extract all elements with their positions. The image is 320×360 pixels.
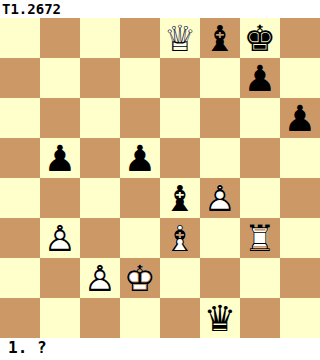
square-f1[interactable]: ♛	[200, 298, 240, 338]
square-h1[interactable]	[280, 298, 320, 338]
square-c6[interactable]	[80, 98, 120, 138]
pawn-glyph: ♟	[120, 138, 160, 178]
king-outline-glyph: ♔	[120, 258, 160, 298]
piece-black-pawn[interactable]: ♟	[40, 138, 80, 178]
square-h3[interactable]	[280, 218, 320, 258]
square-a1[interactable]	[0, 298, 40, 338]
square-h4[interactable]	[280, 178, 320, 218]
square-e3[interactable]: ♝♗	[160, 218, 200, 258]
square-h5[interactable]	[280, 138, 320, 178]
pawn-outline-glyph: ♙	[200, 178, 240, 218]
pawn-outline-glyph: ♙	[40, 218, 80, 258]
square-g1[interactable]	[240, 298, 280, 338]
square-a2[interactable]	[0, 258, 40, 298]
pawn-outline-glyph: ♙	[80, 258, 120, 298]
pawn-glyph: ♟	[280, 98, 320, 138]
pawn-glyph: ♟	[240, 58, 280, 98]
piece-black-queen[interactable]: ♛	[200, 298, 240, 338]
square-b7[interactable]	[40, 58, 80, 98]
square-h2[interactable]	[280, 258, 320, 298]
piece-white-pawn[interactable]: ♟♙	[40, 218, 80, 258]
square-e6[interactable]	[160, 98, 200, 138]
square-e7[interactable]	[160, 58, 200, 98]
pawn-glyph: ♟	[40, 138, 80, 178]
square-d8[interactable]	[120, 18, 160, 58]
square-f4[interactable]: ♟♙	[200, 178, 240, 218]
square-c5[interactable]	[80, 138, 120, 178]
square-b2[interactable]	[40, 258, 80, 298]
square-a4[interactable]	[0, 178, 40, 218]
square-d6[interactable]	[120, 98, 160, 138]
square-c4[interactable]	[80, 178, 120, 218]
square-h7[interactable]	[280, 58, 320, 98]
piece-white-rook[interactable]: ♜♖	[240, 218, 280, 258]
square-d7[interactable]	[120, 58, 160, 98]
piece-white-king[interactable]: ♚♔	[120, 258, 160, 298]
move-prompt: 1. ?	[8, 337, 47, 359]
square-f6[interactable]	[200, 98, 240, 138]
bishop-glyph: ♝	[200, 18, 240, 58]
square-f3[interactable]	[200, 218, 240, 258]
square-a7[interactable]	[0, 58, 40, 98]
square-g3[interactable]: ♜♖	[240, 218, 280, 258]
square-b8[interactable]	[40, 18, 80, 58]
queen-glyph: ♛	[200, 298, 240, 338]
square-g8[interactable]: ♚	[240, 18, 280, 58]
square-d2[interactable]: ♚♔	[120, 258, 160, 298]
piece-white-pawn[interactable]: ♟♙	[80, 258, 120, 298]
square-c3[interactable]	[80, 218, 120, 258]
square-g6[interactable]	[240, 98, 280, 138]
square-a3[interactable]	[0, 218, 40, 258]
bishop-glyph: ♝	[160, 178, 200, 218]
square-f2[interactable]	[200, 258, 240, 298]
square-g5[interactable]	[240, 138, 280, 178]
square-b5[interactable]: ♟	[40, 138, 80, 178]
rook-outline-glyph: ♖	[240, 218, 280, 258]
square-h6[interactable]: ♟	[280, 98, 320, 138]
square-e1[interactable]	[160, 298, 200, 338]
piece-black-pawn[interactable]: ♟	[280, 98, 320, 138]
piece-black-bishop[interactable]: ♝	[200, 18, 240, 58]
king-glyph: ♚	[240, 18, 280, 58]
square-a5[interactable]	[0, 138, 40, 178]
square-f5[interactable]	[200, 138, 240, 178]
square-d4[interactable]	[120, 178, 160, 218]
square-b4[interactable]	[40, 178, 80, 218]
square-c1[interactable]	[80, 298, 120, 338]
square-g2[interactable]	[240, 258, 280, 298]
queen-outline-glyph: ♕	[160, 18, 200, 58]
bishop-outline-glyph: ♗	[160, 218, 200, 258]
square-c7[interactable]	[80, 58, 120, 98]
square-h8[interactable]	[280, 18, 320, 58]
square-e4[interactable]: ♝	[160, 178, 200, 218]
piece-black-bishop[interactable]: ♝	[160, 178, 200, 218]
square-d1[interactable]	[120, 298, 160, 338]
piece-black-pawn[interactable]: ♟	[240, 58, 280, 98]
puzzle-id: T1.2672	[2, 0, 61, 18]
square-e5[interactable]	[160, 138, 200, 178]
piece-white-queen[interactable]: ♛♕	[160, 18, 200, 58]
square-b6[interactable]	[40, 98, 80, 138]
square-b1[interactable]	[40, 298, 80, 338]
square-c8[interactable]	[80, 18, 120, 58]
square-e8[interactable]: ♛♕	[160, 18, 200, 58]
square-f7[interactable]	[200, 58, 240, 98]
square-e2[interactable]	[160, 258, 200, 298]
square-f8[interactable]: ♝	[200, 18, 240, 58]
square-c2[interactable]: ♟♙	[80, 258, 120, 298]
piece-black-pawn[interactable]: ♟	[120, 138, 160, 178]
square-d5[interactable]: ♟	[120, 138, 160, 178]
piece-white-pawn[interactable]: ♟♙	[200, 178, 240, 218]
square-a6[interactable]	[0, 98, 40, 138]
square-g4[interactable]	[240, 178, 280, 218]
square-a8[interactable]	[0, 18, 40, 58]
square-g7[interactable]: ♟	[240, 58, 280, 98]
chess-board: ♛♕♝♚♟♟♟♟♝♟♙♟♙♝♗♜♖♟♙♚♔♛	[0, 18, 320, 338]
chess-puzzle-window: T1.2672 ♛♕♝♚♟♟♟♟♝♟♙♟♙♝♗♜♖♟♙♚♔♛ 1. ?	[0, 0, 320, 360]
square-b3[interactable]: ♟♙	[40, 218, 80, 258]
piece-black-king[interactable]: ♚	[240, 18, 280, 58]
square-d3[interactable]	[120, 218, 160, 258]
piece-white-bishop[interactable]: ♝♗	[160, 218, 200, 258]
